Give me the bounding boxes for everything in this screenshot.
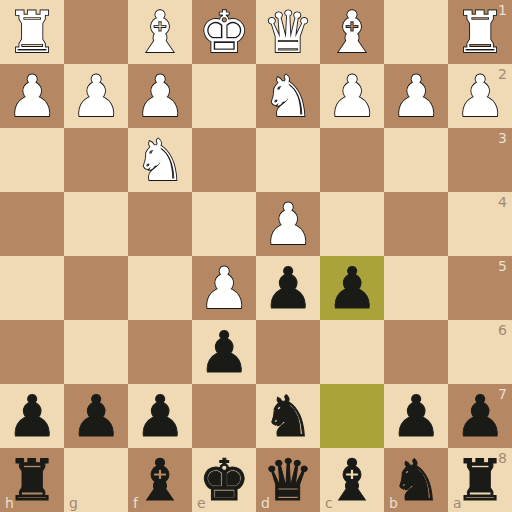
square-h1[interactable]: ♜ bbox=[0, 0, 64, 64]
square-d6[interactable] bbox=[256, 320, 320, 384]
square-c3[interactable] bbox=[320, 128, 384, 192]
square-f3[interactable]: ♞ bbox=[128, 128, 192, 192]
piece-black-pawn-b7[interactable]: ♟ bbox=[384, 384, 448, 448]
piece-white-pawn-h2[interactable]: ♟ bbox=[0, 64, 64, 128]
piece-white-bishop-f1[interactable]: ♝ bbox=[128, 0, 192, 64]
square-b1[interactable] bbox=[384, 0, 448, 64]
square-f2[interactable]: ♟ bbox=[128, 64, 192, 128]
piece-black-pawn-g7[interactable]: ♟ bbox=[64, 384, 128, 448]
square-b5[interactable] bbox=[384, 256, 448, 320]
piece-white-knight-d2[interactable]: ♞ bbox=[256, 64, 320, 128]
piece-black-bishop-c8[interactable]: ♝ bbox=[320, 448, 384, 512]
square-a3[interactable]: 3 bbox=[448, 128, 512, 192]
square-g3[interactable] bbox=[64, 128, 128, 192]
piece-white-pawn-c2[interactable]: ♟ bbox=[320, 64, 384, 128]
piece-black-king-e8[interactable]: ♚ bbox=[192, 448, 256, 512]
square-g4[interactable] bbox=[64, 192, 128, 256]
square-c7[interactable] bbox=[320, 384, 384, 448]
square-c6[interactable] bbox=[320, 320, 384, 384]
square-d5[interactable]: ♟ bbox=[256, 256, 320, 320]
square-a8[interactable]: ♜a8 bbox=[448, 448, 512, 512]
piece-white-king-e1[interactable]: ♚ bbox=[192, 0, 256, 64]
piece-white-pawn-f2[interactable]: ♟ bbox=[128, 64, 192, 128]
square-e4[interactable] bbox=[192, 192, 256, 256]
square-h6[interactable] bbox=[0, 320, 64, 384]
piece-white-rook-a1[interactable]: ♜ bbox=[448, 0, 512, 64]
square-f8[interactable]: ♝f bbox=[128, 448, 192, 512]
square-b6[interactable] bbox=[384, 320, 448, 384]
piece-white-pawn-a2[interactable]: ♟ bbox=[448, 64, 512, 128]
square-b8[interactable]: ♞b bbox=[384, 448, 448, 512]
piece-black-pawn-c5[interactable]: ♟ bbox=[320, 256, 384, 320]
square-h2[interactable]: ♟ bbox=[0, 64, 64, 128]
square-a5[interactable]: 5 bbox=[448, 256, 512, 320]
square-b2[interactable]: ♟ bbox=[384, 64, 448, 128]
piece-white-rook-h1[interactable]: ♜ bbox=[0, 0, 64, 64]
piece-black-knight-d7[interactable]: ♞ bbox=[256, 384, 320, 448]
coord-rank-4: 4 bbox=[498, 195, 507, 209]
square-e3[interactable] bbox=[192, 128, 256, 192]
square-f5[interactable] bbox=[128, 256, 192, 320]
square-d4[interactable]: ♟ bbox=[256, 192, 320, 256]
square-a4[interactable]: 4 bbox=[448, 192, 512, 256]
square-a1[interactable]: ♜1 bbox=[448, 0, 512, 64]
square-d3[interactable] bbox=[256, 128, 320, 192]
piece-black-pawn-f7[interactable]: ♟ bbox=[128, 384, 192, 448]
square-e7[interactable] bbox=[192, 384, 256, 448]
piece-black-pawn-d5[interactable]: ♟ bbox=[256, 256, 320, 320]
coord-rank-6: 6 bbox=[498, 323, 507, 337]
square-d7[interactable]: ♞ bbox=[256, 384, 320, 448]
square-e8[interactable]: ♚e bbox=[192, 448, 256, 512]
square-g7[interactable]: ♟ bbox=[64, 384, 128, 448]
piece-black-pawn-e6[interactable]: ♟ bbox=[192, 320, 256, 384]
square-b4[interactable] bbox=[384, 192, 448, 256]
square-b3[interactable] bbox=[384, 128, 448, 192]
square-g8[interactable]: g bbox=[64, 448, 128, 512]
piece-black-rook-h8[interactable]: ♜ bbox=[0, 448, 64, 512]
square-b7[interactable]: ♟ bbox=[384, 384, 448, 448]
piece-black-bishop-f8[interactable]: ♝ bbox=[128, 448, 192, 512]
piece-white-pawn-d4[interactable]: ♟ bbox=[256, 192, 320, 256]
square-f7[interactable]: ♟ bbox=[128, 384, 192, 448]
square-c5[interactable]: ♟ bbox=[320, 256, 384, 320]
piece-black-knight-b8[interactable]: ♞ bbox=[384, 448, 448, 512]
piece-white-bishop-c1[interactable]: ♝ bbox=[320, 0, 384, 64]
square-f1[interactable]: ♝ bbox=[128, 0, 192, 64]
piece-white-pawn-e5[interactable]: ♟ bbox=[192, 256, 256, 320]
square-f4[interactable] bbox=[128, 192, 192, 256]
square-h5[interactable] bbox=[0, 256, 64, 320]
square-d8[interactable]: ♛d bbox=[256, 448, 320, 512]
square-c4[interactable] bbox=[320, 192, 384, 256]
piece-white-pawn-g2[interactable]: ♟ bbox=[64, 64, 128, 128]
square-g6[interactable] bbox=[64, 320, 128, 384]
coord-rank-3: 3 bbox=[498, 131, 507, 145]
square-e1[interactable]: ♚ bbox=[192, 0, 256, 64]
piece-black-queen-d8[interactable]: ♛ bbox=[256, 448, 320, 512]
coord-file-g: g bbox=[69, 496, 78, 510]
piece-black-pawn-a7[interactable]: ♟ bbox=[448, 384, 512, 448]
square-d2[interactable]: ♞ bbox=[256, 64, 320, 128]
chess-board: ♜♝♚♛♝♜1♟♟♟♞♟♟♟2♞3♟4♟♟♟5♟6♟♟♟♞♟♟7♜hg♝f♚e♛… bbox=[0, 0, 512, 512]
square-c2[interactable]: ♟ bbox=[320, 64, 384, 128]
coord-rank-5: 5 bbox=[498, 259, 507, 273]
square-e6[interactable]: ♟ bbox=[192, 320, 256, 384]
piece-white-knight-f3[interactable]: ♞ bbox=[128, 128, 192, 192]
square-g1[interactable] bbox=[64, 0, 128, 64]
piece-black-rook-a8[interactable]: ♜ bbox=[448, 448, 512, 512]
square-a2[interactable]: ♟2 bbox=[448, 64, 512, 128]
square-h7[interactable]: ♟ bbox=[0, 384, 64, 448]
piece-black-pawn-h7[interactable]: ♟ bbox=[0, 384, 64, 448]
square-c8[interactable]: ♝c bbox=[320, 448, 384, 512]
square-e2[interactable] bbox=[192, 64, 256, 128]
square-h4[interactable] bbox=[0, 192, 64, 256]
square-a7[interactable]: ♟7 bbox=[448, 384, 512, 448]
square-c1[interactable]: ♝ bbox=[320, 0, 384, 64]
square-g2[interactable]: ♟ bbox=[64, 64, 128, 128]
square-f6[interactable] bbox=[128, 320, 192, 384]
square-d1[interactable]: ♛ bbox=[256, 0, 320, 64]
square-a6[interactable]: 6 bbox=[448, 320, 512, 384]
piece-white-queen-d1[interactable]: ♛ bbox=[256, 0, 320, 64]
square-h3[interactable] bbox=[0, 128, 64, 192]
square-e5[interactable]: ♟ bbox=[192, 256, 256, 320]
square-g5[interactable] bbox=[64, 256, 128, 320]
square-h8[interactable]: ♜h bbox=[0, 448, 64, 512]
piece-white-pawn-b2[interactable]: ♟ bbox=[384, 64, 448, 128]
